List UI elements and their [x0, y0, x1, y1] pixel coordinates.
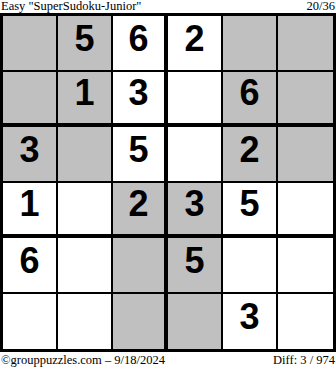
cell-r4c1[interactable]: 1 — [3, 183, 58, 239]
cell-r3c6[interactable] — [278, 127, 333, 183]
cell-r6c2[interactable] — [58, 294, 113, 350]
difficulty-text: Diff: 3 / 974 — [273, 353, 335, 367]
cell-r3c4[interactable] — [168, 127, 223, 183]
cell-r3c3[interactable]: 5 — [113, 127, 168, 183]
sudoku-board: 5 6 2 1 3 6 3 5 2 1 2 3 5 6 5 3 — [0, 13, 336, 352]
cell-r5c6[interactable] — [278, 238, 333, 294]
cell-r4c5[interactable]: 5 — [223, 183, 278, 239]
cell-r4c3[interactable]: 2 — [113, 183, 168, 239]
empty-cell-counter: 20/36 — [307, 0, 335, 13]
cell-r3c5[interactable]: 2 — [223, 127, 278, 183]
cell-r2c1[interactable] — [3, 72, 58, 128]
puzzle-title: Easy "SuperSudoku-Junior" — [1, 0, 141, 13]
copyright-text: ©grouppuzzles.com – 9/18/2024 — [1, 353, 165, 367]
cell-r2c3[interactable]: 3 — [113, 72, 168, 128]
cell-r2c6[interactable] — [278, 72, 333, 128]
cell-r1c4[interactable]: 2 — [168, 16, 223, 72]
cell-r3c2[interactable] — [58, 127, 113, 183]
sudoku-grid: 5 6 2 1 3 6 3 5 2 1 2 3 5 6 5 3 — [3, 16, 333, 349]
cell-r5c1[interactable]: 6 — [3, 238, 58, 294]
cell-r5c5[interactable] — [223, 238, 278, 294]
cell-r4c4[interactable]: 3 — [168, 183, 223, 239]
cell-r5c3[interactable] — [113, 238, 168, 294]
cell-r1c6[interactable] — [278, 16, 333, 72]
cell-r2c5[interactable]: 6 — [223, 72, 278, 128]
cell-r4c6[interactable] — [278, 183, 333, 239]
cell-r2c4[interactable] — [168, 72, 223, 128]
cell-r1c3[interactable]: 6 — [113, 16, 168, 72]
page-footer: ©grouppuzzles.com – 9/18/2024 Diff: 3 / … — [0, 352, 336, 370]
cell-r6c6[interactable] — [278, 294, 333, 350]
cell-r2c2[interactable]: 1 — [58, 72, 113, 128]
cell-r1c1[interactable] — [3, 16, 58, 72]
page-header: Easy "SuperSudoku-Junior" 20/36 — [0, 0, 336, 13]
cell-r5c4[interactable]: 5 — [168, 238, 223, 294]
cell-r6c4[interactable] — [168, 294, 223, 350]
cell-r3c1[interactable]: 3 — [3, 127, 58, 183]
cell-r1c2[interactable]: 5 — [58, 16, 113, 72]
cell-r6c5[interactable]: 3 — [223, 294, 278, 350]
cell-r1c5[interactable] — [223, 16, 278, 72]
cell-r6c1[interactable] — [3, 294, 58, 350]
cell-r5c2[interactable] — [58, 238, 113, 294]
cell-r4c2[interactable] — [58, 183, 113, 239]
cell-r6c3[interactable] — [113, 294, 168, 350]
